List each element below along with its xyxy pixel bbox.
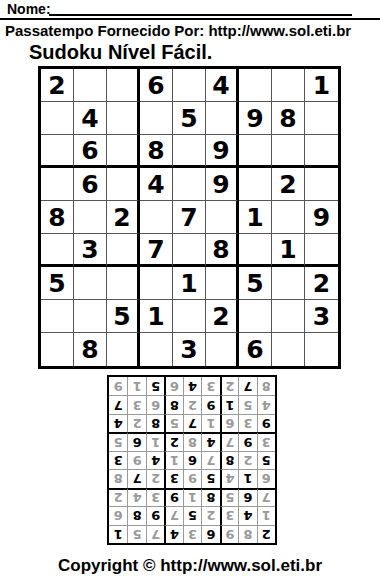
cell-r6c6: 8: [206, 234, 239, 267]
solution-cell-r6c5: 8: [183, 432, 201, 450]
cell-r4c7: [239, 168, 272, 201]
solution-cell-r4c5: 9: [183, 469, 201, 487]
cell-r8c8: [272, 300, 305, 333]
solution-cell-r4c1: 6: [257, 469, 275, 487]
cell-r8c3: 5: [107, 300, 140, 333]
cell-r8c5: [173, 300, 206, 333]
solution-grid-rotated: 2896347511432579867658193426145932785287…: [107, 375, 277, 545]
solution-cell-r4c7: 2: [146, 469, 164, 487]
solution-cell-r2c1: 1: [257, 506, 275, 524]
cell-r7c5: 1: [173, 267, 206, 300]
cell-r7c6: [206, 267, 239, 300]
cell-r2c3: [107, 102, 140, 135]
solution-cell-r2c8: 8: [127, 506, 145, 524]
solution-cell-r8c1: 4: [257, 395, 275, 413]
cell-r5c8: [272, 201, 305, 234]
solution-cell-r5c1: 5: [257, 451, 275, 469]
solution-cell-r6c8: 6: [127, 432, 145, 450]
solution-cell-r7c3: 6: [220, 414, 238, 432]
cell-r9c3: [107, 333, 140, 366]
cell-r5c6: [206, 201, 239, 234]
cell-r2c6: [206, 102, 239, 135]
cell-r1c6: 4: [206, 69, 239, 102]
solution-cell-r7c1: 9: [257, 414, 275, 432]
cell-r6c9: [305, 234, 338, 267]
solution-cell-r2c6: 7: [164, 506, 182, 524]
name-label: Nome:: [7, 1, 51, 17]
solution-cell-r5c5: 6: [183, 451, 201, 469]
name-blank-line: [49, 0, 352, 16]
solution-cell-r5c3: 8: [220, 451, 238, 469]
cell-r6c4: 7: [140, 234, 173, 267]
solution-cell-r8c7: 6: [146, 395, 164, 413]
cell-r8c7: [239, 300, 272, 333]
solution-cell-r5c8: 9: [127, 451, 145, 469]
solution-cell-r1c6: 4: [164, 525, 182, 543]
cell-r2c5: 5: [173, 102, 206, 135]
solution-cell-r1c4: 6: [201, 525, 219, 543]
solution-cell-r9c3: 2: [220, 377, 238, 395]
cell-r3c8: [272, 135, 305, 168]
solution-cell-r3c8: 4: [127, 488, 145, 506]
solution-cell-r7c5: 7: [183, 414, 201, 432]
cell-r1c4: 6: [140, 69, 173, 102]
solution-cell-r3c1: 7: [257, 488, 275, 506]
cell-r9c9: [305, 333, 338, 366]
solution-cell-r6c1: 3: [257, 432, 275, 450]
cell-r8c9: 3: [305, 300, 338, 333]
solution-cell-r9c1: 8: [257, 377, 275, 395]
cell-r4c4: 4: [140, 168, 173, 201]
solution-cell-r1c1: 2: [257, 525, 275, 543]
name-row: Nome:: [0, 0, 380, 20]
cell-r4c8: 2: [272, 168, 305, 201]
cell-r3c7: [239, 135, 272, 168]
cell-r6c7: [239, 234, 272, 267]
solution-cell-r4c6: 3: [164, 469, 182, 487]
cell-r1c7: [239, 69, 272, 102]
solution-cell-r8c3: 1: [220, 395, 238, 413]
cell-r2c1: [41, 102, 74, 135]
cell-r5c4: [140, 201, 173, 234]
solution-cell-r6c4: 4: [201, 432, 219, 450]
copyright-line: Copyright © http://www.sol.eti.br: [0, 556, 380, 576]
solution-cell-r8c5: 2: [183, 395, 201, 413]
solution-cell-r3c4: 8: [201, 488, 219, 506]
solution-cell-r9c7: 5: [146, 377, 164, 395]
solution-cell-r9c8: 1: [127, 377, 145, 395]
cell-r5c7: 1: [239, 201, 272, 234]
solution-cell-r4c2: 1: [238, 469, 256, 487]
cell-r3c6: 9: [206, 135, 239, 168]
cell-r2c9: [305, 102, 338, 135]
cell-r2c4: [140, 102, 173, 135]
cell-r6c3: [107, 234, 140, 267]
solution-cell-r9c2: 7: [238, 377, 256, 395]
sudoku-grid: 26414598689649282719378151525123836: [38, 66, 341, 369]
cell-r6c8: 1: [272, 234, 305, 267]
cell-r9c2: 8: [74, 333, 107, 366]
solution-cell-r7c9: 4: [109, 414, 127, 432]
cell-r4c1: [41, 168, 74, 201]
solution-cell-r3c3: 5: [220, 488, 238, 506]
solution-cell-r9c5: 4: [183, 377, 201, 395]
solution-cell-r1c7: 7: [146, 525, 164, 543]
cell-r6c5: [173, 234, 206, 267]
cell-r3c3: [107, 135, 140, 168]
cell-r7c4: [140, 267, 173, 300]
cell-r3c4: 8: [140, 135, 173, 168]
cell-r5c2: [74, 201, 107, 234]
solution-cell-r4c4: 5: [201, 469, 219, 487]
cell-r7c8: [272, 267, 305, 300]
solution-cell-r2c5: 5: [183, 506, 201, 524]
solution-cell-r5c9: 3: [109, 451, 127, 469]
solution-cell-r7c6: 5: [164, 414, 182, 432]
cell-r4c9: [305, 168, 338, 201]
solution-cell-r9c4: 3: [201, 377, 219, 395]
cell-r7c3: [107, 267, 140, 300]
solution-cell-r7c4: 1: [201, 414, 219, 432]
solution-cell-r9c9: 9: [109, 377, 127, 395]
cell-r3c2: 6: [74, 135, 107, 168]
provider-line: Passatempo Fornecido Por: http://www.sol…: [5, 22, 377, 39]
solution-cell-r6c3: 7: [220, 432, 238, 450]
solution-cell-r1c3: 9: [220, 525, 238, 543]
solution-cell-r2c9: 6: [109, 506, 127, 524]
solution-cell-r3c9: 2: [109, 488, 127, 506]
cell-r8c6: 2: [206, 300, 239, 333]
cell-r5c9: 9: [305, 201, 338, 234]
cell-r5c5: 7: [173, 201, 206, 234]
solution-cell-r2c4: 2: [201, 506, 219, 524]
cell-r4c3: [107, 168, 140, 201]
cell-r9c7: 6: [239, 333, 272, 366]
cell-r2c2: 4: [74, 102, 107, 135]
cell-r8c1: [41, 300, 74, 333]
solution-cell-r8c9: 7: [109, 395, 127, 413]
solution-cell-r3c7: 3: [146, 488, 164, 506]
solution-cell-r5c7: 4: [146, 451, 164, 469]
cell-r4c2: 6: [74, 168, 107, 201]
solution-cell-r7c2: 3: [238, 414, 256, 432]
solution-cell-r3c2: 6: [238, 488, 256, 506]
cell-r9c6: [206, 333, 239, 366]
cell-r2c8: 8: [272, 102, 305, 135]
cell-r8c4: 1: [140, 300, 173, 333]
solution-cell-r4c8: 7: [127, 469, 145, 487]
solution-cell-r5c2: 2: [238, 451, 256, 469]
solution-cell-r6c6: 2: [164, 432, 182, 450]
cell-r5c1: 8: [41, 201, 74, 234]
cell-r1c5: [173, 69, 206, 102]
cell-r3c9: [305, 135, 338, 168]
cell-r4c5: [173, 168, 206, 201]
cell-r7c9: 2: [305, 267, 338, 300]
cell-r7c7: 5: [239, 267, 272, 300]
solution-cell-r3c5: 1: [183, 488, 201, 506]
cell-r5c3: 2: [107, 201, 140, 234]
solution-cell-r1c5: 3: [183, 525, 201, 543]
solution-cell-r8c8: 3: [127, 395, 145, 413]
cell-r1c8: [272, 69, 305, 102]
solution-cell-r4c3: 4: [220, 469, 238, 487]
solution-cell-r8c4: 9: [201, 395, 219, 413]
solution-cell-r6c7: 1: [146, 432, 164, 450]
solution-cell-r2c3: 3: [220, 506, 238, 524]
cell-r3c1: [41, 135, 74, 168]
solution-cell-r1c2: 8: [238, 525, 256, 543]
solution-cell-r1c8: 5: [127, 525, 145, 543]
solution-cell-r6c2: 9: [238, 432, 256, 450]
cell-r3c5: [173, 135, 206, 168]
cell-r1c9: 1: [305, 69, 338, 102]
cell-r9c4: [140, 333, 173, 366]
cell-r4c6: 9: [206, 168, 239, 201]
cell-r1c3: [107, 69, 140, 102]
solution-cell-r8c6: 8: [164, 395, 182, 413]
solution-cell-r4c9: 8: [109, 469, 127, 487]
cell-r6c1: [41, 234, 74, 267]
cell-r7c2: [74, 267, 107, 300]
solution-cell-r9c6: 6: [164, 377, 182, 395]
cell-r6c2: 3: [74, 234, 107, 267]
cell-r1c1: 2: [41, 69, 74, 102]
cell-r1c2: [74, 69, 107, 102]
cell-r8c2: [74, 300, 107, 333]
solution-cell-r1c9: 1: [109, 525, 127, 543]
sudoku-sheet: Nome: Passatempo Fornecido Por: http://w…: [0, 0, 380, 585]
solution-cell-r3c6: 9: [164, 488, 182, 506]
cell-r7c1: 5: [41, 267, 74, 300]
solution-cell-r5c4: 7: [201, 451, 219, 469]
solution-cell-r2c2: 4: [238, 506, 256, 524]
solution-cell-r7c8: 2: [127, 414, 145, 432]
solution-cell-r7c7: 8: [146, 414, 164, 432]
solution-cell-r5c6: 1: [164, 451, 182, 469]
cell-r9c5: 3: [173, 333, 206, 366]
solution-cell-r8c2: 5: [238, 395, 256, 413]
page-title: Sudoku Nível Fácil.: [29, 41, 212, 64]
solution-cell-r6c9: 5: [109, 432, 127, 450]
solution-cell-r2c7: 9: [146, 506, 164, 524]
cell-r9c8: [272, 333, 305, 366]
cell-r9c1: [41, 333, 74, 366]
cell-r2c7: 9: [239, 102, 272, 135]
